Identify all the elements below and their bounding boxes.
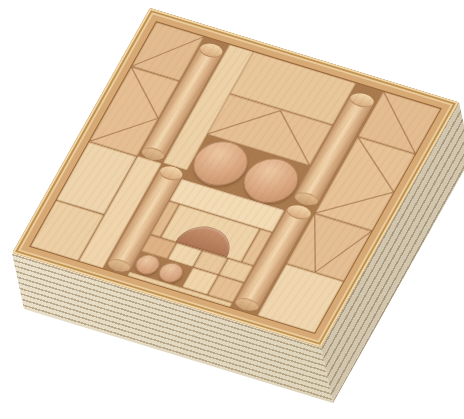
cylinder-end-cap [284,203,314,222]
cylinder-end-cap [347,91,377,110]
product-photo [0,0,464,419]
cylinder-end-cap [233,296,262,313]
